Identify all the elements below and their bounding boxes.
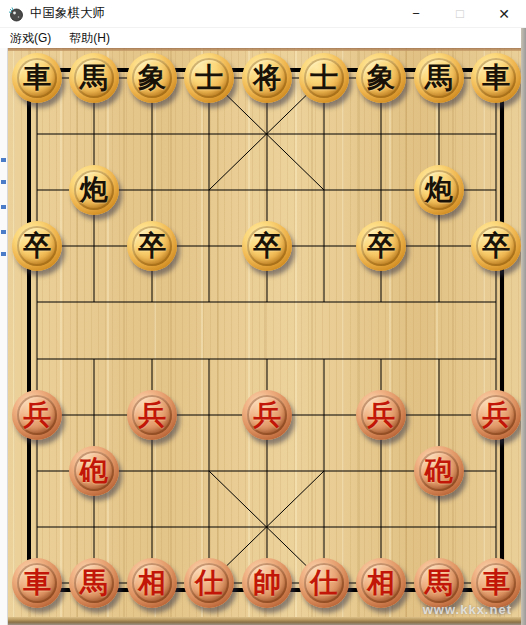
piece-red-chariot[interactable]: 車: [12, 558, 62, 608]
piece-black-advisor[interactable]: 士: [184, 53, 234, 103]
menu-item-game[interactable]: 游戏(G): [2, 28, 59, 49]
xiangqi-board[interactable]: 車馬象士将士象馬車炮炮卒卒卒卒卒兵兵兵兵兵砲砲車馬相仕帥仕相馬車 www.kkx…: [0, 48, 526, 625]
watermark-text: www.kkx.net: [423, 602, 512, 617]
piece-glyph: 兵: [138, 401, 166, 429]
piece-red-horse[interactable]: 馬: [69, 558, 119, 608]
piece-glyph: 砲: [425, 457, 453, 485]
piece-black-elephant[interactable]: 象: [356, 53, 406, 103]
minimize-button[interactable]: −: [394, 0, 438, 28]
piece-glyph: 馬: [425, 64, 453, 92]
piece-glyph: 士: [195, 64, 223, 92]
piece-black-advisor[interactable]: 士: [299, 53, 349, 103]
piece-glyph: 相: [367, 569, 395, 597]
piece-glyph: 炮: [425, 176, 453, 204]
piece-glyph: 卒: [367, 232, 395, 260]
window-right-edge: [521, 28, 526, 625]
piece-black-soldier[interactable]: 卒: [471, 221, 521, 271]
piece-red-soldier[interactable]: 兵: [471, 390, 521, 440]
piece-red-horse[interactable]: 馬: [414, 558, 464, 608]
piece-red-general[interactable]: 帥: [242, 558, 292, 608]
piece-red-soldier[interactable]: 兵: [127, 390, 177, 440]
app-icon: [8, 6, 24, 22]
piece-glyph: 車: [23, 64, 51, 92]
piece-black-soldier[interactable]: 卒: [356, 221, 406, 271]
piece-red-soldier[interactable]: 兵: [242, 390, 292, 440]
piece-red-cannon[interactable]: 砲: [69, 446, 119, 496]
piece-glyph: 象: [138, 64, 166, 92]
piece-black-horse[interactable]: 馬: [414, 53, 464, 103]
piece-glyph: 卒: [482, 232, 510, 260]
piece-black-elephant[interactable]: 象: [127, 53, 177, 103]
piece-red-soldier[interactable]: 兵: [12, 390, 62, 440]
piece-glyph: 相: [138, 569, 166, 597]
piece-black-general[interactable]: 将: [242, 53, 292, 103]
piece-red-advisor[interactable]: 仕: [299, 558, 349, 608]
piece-glyph: 卒: [23, 232, 51, 260]
piece-glyph: 将: [253, 64, 281, 92]
maximize-button: □: [438, 0, 482, 28]
piece-black-chariot[interactable]: 車: [471, 53, 521, 103]
piece-glyph: 車: [482, 569, 510, 597]
piece-glyph: 炮: [80, 176, 108, 204]
piece-black-horse[interactable]: 馬: [69, 53, 119, 103]
piece-glyph: 帥: [253, 569, 281, 597]
close-button[interactable]: ✕: [482, 0, 526, 28]
menu-bar: 游戏(G) 帮助(H): [0, 28, 526, 48]
piece-red-soldier[interactable]: 兵: [356, 390, 406, 440]
piece-black-soldier[interactable]: 卒: [12, 221, 62, 271]
piece-glyph: 象: [367, 64, 395, 92]
piece-glyph: 兵: [253, 401, 281, 429]
piece-glyph: 卒: [253, 232, 281, 260]
piece-black-cannon[interactable]: 炮: [414, 165, 464, 215]
piece-glyph: 兵: [482, 401, 510, 429]
piece-glyph: 車: [23, 569, 51, 597]
piece-red-chariot[interactable]: 車: [471, 558, 521, 608]
piece-red-elephant[interactable]: 相: [127, 558, 177, 608]
piece-black-soldier[interactable]: 卒: [242, 221, 292, 271]
piece-black-soldier[interactable]: 卒: [127, 221, 177, 271]
board-grid: [0, 48, 526, 625]
menu-item-help[interactable]: 帮助(H): [61, 28, 118, 49]
board-bottom-edge: [0, 617, 526, 625]
piece-glyph: 卒: [138, 232, 166, 260]
piece-glyph: 馬: [80, 64, 108, 92]
piece-glyph: 兵: [367, 401, 395, 429]
piece-red-advisor[interactable]: 仕: [184, 558, 234, 608]
piece-glyph: 仕: [310, 569, 338, 597]
piece-red-cannon[interactable]: 砲: [414, 446, 464, 496]
title-bar: 中国象棋大师 − □ ✕: [0, 0, 526, 28]
piece-black-chariot[interactable]: 車: [12, 53, 62, 103]
piece-glyph: 馬: [80, 569, 108, 597]
piece-glyph: 馬: [425, 569, 453, 597]
piece-glyph: 兵: [23, 401, 51, 429]
window-title: 中国象棋大师: [30, 5, 394, 22]
piece-glyph: 士: [310, 64, 338, 92]
piece-glyph: 車: [482, 64, 510, 92]
piece-black-cannon[interactable]: 炮: [69, 165, 119, 215]
piece-glyph: 仕: [195, 569, 223, 597]
background-window-sliver: [0, 48, 8, 625]
piece-glyph: 砲: [80, 457, 108, 485]
piece-red-elephant[interactable]: 相: [356, 558, 406, 608]
